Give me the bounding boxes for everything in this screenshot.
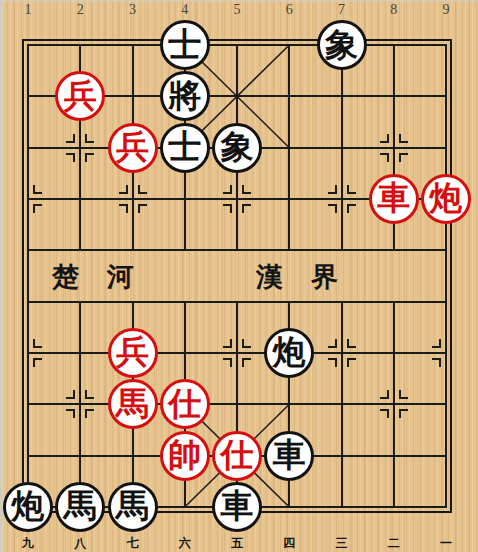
point-marker [119, 185, 128, 194]
file-label-top: 8 [390, 2, 397, 18]
point-marker [223, 185, 232, 194]
point-marker [347, 339, 356, 348]
point-marker [242, 204, 251, 213]
piece-black-horse[interactable]: 馬 [108, 482, 158, 532]
piece-red-soldier[interactable]: 兵 [108, 123, 158, 173]
file-label-top: 7 [338, 2, 345, 18]
point-marker [432, 358, 441, 367]
point-marker [33, 185, 42, 194]
piece-red-horse[interactable]: 馬 [108, 379, 158, 429]
point-marker [328, 204, 337, 213]
xiangqi-screen: 楚河 漢界 123456789九八七六五四三二一士象兵將兵士象車炮兵炮馬仕帥仕車… [0, 0, 478, 552]
point-marker [380, 134, 389, 143]
point-marker [242, 358, 251, 367]
point-marker [223, 204, 232, 213]
board: 楚河 漢界 123456789九八七六五四三二一士象兵將兵士象車炮兵炮馬仕帥仕車… [0, 0, 478, 552]
piece-black-horse[interactable]: 馬 [55, 482, 105, 532]
piece-black-advisor[interactable]: 士 [160, 123, 210, 173]
point-marker [328, 185, 337, 194]
point-marker [347, 185, 356, 194]
point-marker [138, 185, 147, 194]
file-label-top: 5 [234, 2, 241, 18]
point-marker [328, 358, 337, 367]
file-label-top: 4 [181, 2, 188, 18]
file-label-bottom: 五 [231, 535, 243, 552]
point-marker [85, 134, 94, 143]
point-marker [380, 153, 389, 162]
point-marker [242, 339, 251, 348]
piece-red-cannon[interactable]: 炮 [421, 174, 471, 224]
file-label-bottom: 七 [127, 535, 139, 552]
point-marker [399, 153, 408, 162]
point-marker [138, 204, 147, 213]
point-marker [380, 409, 389, 418]
file-label-top: 3 [129, 2, 136, 18]
point-marker [33, 204, 42, 213]
point-marker [399, 134, 408, 143]
file-label-bottom: 四 [283, 535, 295, 552]
point-marker [328, 339, 337, 348]
point-marker [33, 358, 42, 367]
point-marker [85, 409, 94, 418]
file-label-bottom: 八 [74, 535, 86, 552]
piece-red-general[interactable]: 帥 [160, 431, 210, 481]
piece-black-cannon[interactable]: 炮 [264, 328, 314, 378]
piece-red-advisor[interactable]: 仕 [160, 379, 210, 429]
file-label-top: 1 [25, 2, 32, 18]
piece-black-chariot[interactable]: 車 [212, 482, 262, 532]
point-marker [399, 409, 408, 418]
piece-red-chariot[interactable]: 車 [369, 174, 419, 224]
piece-black-general[interactable]: 將 [160, 71, 210, 121]
file-label-top: 6 [286, 2, 293, 18]
piece-black-elephant[interactable]: 象 [212, 123, 262, 173]
point-marker [66, 390, 75, 399]
point-marker [66, 134, 75, 143]
point-marker [432, 339, 441, 348]
point-marker [66, 153, 75, 162]
file-label-bottom: 二 [388, 535, 400, 552]
file-label-bottom: 六 [179, 535, 191, 552]
piece-red-advisor[interactable]: 仕 [212, 431, 262, 481]
point-marker [347, 358, 356, 367]
point-marker [242, 185, 251, 194]
file-label-bottom: 一 [440, 535, 452, 552]
piece-black-elephant[interactable]: 象 [317, 20, 367, 70]
piece-black-cannon[interactable]: 炮 [3, 482, 53, 532]
point-marker [223, 358, 232, 367]
file-label-top: 2 [77, 2, 84, 18]
point-marker [85, 390, 94, 399]
point-marker [66, 409, 75, 418]
point-marker [85, 153, 94, 162]
point-marker [119, 204, 128, 213]
point-marker [223, 339, 232, 348]
piece-red-soldier[interactable]: 兵 [108, 328, 158, 378]
point-marker [380, 390, 389, 399]
file-label-bottom: 九 [22, 535, 34, 552]
piece-black-advisor[interactable]: 士 [160, 20, 210, 70]
file-label-top: 9 [443, 2, 450, 18]
piece-black-chariot[interactable]: 車 [264, 431, 314, 481]
file-label-bottom: 三 [336, 535, 348, 552]
point-marker [33, 339, 42, 348]
point-marker [399, 390, 408, 399]
point-marker [347, 204, 356, 213]
